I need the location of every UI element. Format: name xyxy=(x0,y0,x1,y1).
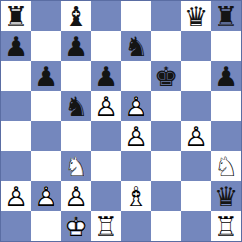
square-e4[interactable]: ♟♙ xyxy=(121,121,151,151)
piece-outline-layer: ♖ xyxy=(91,211,121,241)
black-rook[interactable]: ♜ xyxy=(1,1,31,31)
piece-outline-layer: ♙ xyxy=(121,91,151,121)
square-d2[interactable] xyxy=(91,181,121,211)
black-knight[interactable]: ♞ xyxy=(121,31,151,61)
square-b3[interactable] xyxy=(31,151,61,181)
black-pawn[interactable]: ♟ xyxy=(61,31,91,61)
square-g4[interactable]: ♟♙ xyxy=(181,121,211,151)
square-h1[interactable]: ♜♖ xyxy=(211,211,241,241)
square-g7[interactable] xyxy=(181,31,211,61)
piece-solid-layer: ♜ xyxy=(1,1,31,31)
square-a1[interactable] xyxy=(1,211,31,241)
square-f2[interactable] xyxy=(151,181,181,211)
square-b4[interactable] xyxy=(31,121,61,151)
black-bishop[interactable]: ♝ xyxy=(61,1,91,31)
piece-fill-layer: ♟ xyxy=(121,121,151,151)
piece-solid-layer: ♟ xyxy=(211,61,241,91)
black-queen[interactable]: ♛ xyxy=(181,1,211,31)
piece-fill-layer: ♟ xyxy=(1,181,31,211)
square-c4[interactable] xyxy=(61,121,91,151)
white-knight[interactable]: ♞♘ xyxy=(211,151,241,181)
black-queen[interactable]: ♛ xyxy=(211,181,241,211)
white-pawn[interactable]: ♟♙ xyxy=(91,91,121,121)
square-a8[interactable]: ♜ xyxy=(1,1,31,31)
square-c5[interactable]: ♞ xyxy=(61,91,91,121)
square-f6[interactable]: ♚ xyxy=(151,61,181,91)
piece-solid-layer: ♛ xyxy=(181,1,211,31)
square-e1[interactable] xyxy=(121,211,151,241)
square-c6[interactable] xyxy=(61,61,91,91)
square-b2[interactable]: ♟♙ xyxy=(31,181,61,211)
white-knight[interactable]: ♞♘ xyxy=(61,151,91,181)
square-e2[interactable]: ♝♗ xyxy=(121,181,151,211)
piece-outline-layer: ♘ xyxy=(211,151,241,181)
square-e8[interactable] xyxy=(121,1,151,31)
white-pawn[interactable]: ♟♙ xyxy=(121,91,151,121)
piece-solid-layer: ♞ xyxy=(61,91,91,121)
piece-fill-layer: ♟ xyxy=(91,91,121,121)
square-d7[interactable] xyxy=(91,31,121,61)
square-a6[interactable] xyxy=(1,61,31,91)
black-pawn[interactable]: ♟ xyxy=(31,61,61,91)
black-knight[interactable]: ♞ xyxy=(61,91,91,121)
piece-fill-layer: ♟ xyxy=(61,181,91,211)
white-rook[interactable]: ♜♖ xyxy=(211,211,241,241)
piece-fill-layer: ♞ xyxy=(61,151,91,181)
piece-fill-layer: ♚ xyxy=(61,211,91,241)
piece-outline-layer: ♙ xyxy=(31,181,61,211)
white-pawn[interactable]: ♟♙ xyxy=(61,181,91,211)
square-b8[interactable] xyxy=(31,1,61,31)
white-pawn[interactable]: ♟♙ xyxy=(31,181,61,211)
chess-board: ♜♝♛♜♟♟♞♟♟♚♟♞♟♙♟♙♟♙♟♙♞♘♞♘♟♙♟♙♟♙♝♗♛♚♔♜♖♜♖ xyxy=(0,0,242,242)
square-e3[interactable] xyxy=(121,151,151,181)
white-pawn[interactable]: ♟♙ xyxy=(1,181,31,211)
piece-solid-layer: ♝ xyxy=(61,1,91,31)
black-rook[interactable]: ♜ xyxy=(211,1,241,31)
piece-outline-layer: ♙ xyxy=(91,91,121,121)
square-g8[interactable]: ♛ xyxy=(181,1,211,31)
square-f7[interactable] xyxy=(151,31,181,61)
piece-solid-layer: ♛ xyxy=(211,181,241,211)
black-pawn[interactable]: ♟ xyxy=(1,31,31,61)
piece-fill-layer: ♜ xyxy=(211,211,241,241)
square-e7[interactable]: ♞ xyxy=(121,31,151,61)
square-b7[interactable] xyxy=(31,31,61,61)
square-c2[interactable]: ♟♙ xyxy=(61,181,91,211)
square-g2[interactable] xyxy=(181,181,211,211)
square-h5[interactable] xyxy=(211,91,241,121)
piece-outline-layer: ♙ xyxy=(181,121,211,151)
piece-fill-layer: ♜ xyxy=(91,211,121,241)
piece-fill-layer: ♟ xyxy=(31,181,61,211)
piece-outline-layer: ♗ xyxy=(121,181,151,211)
square-a2[interactable]: ♟♙ xyxy=(1,181,31,211)
square-f4[interactable] xyxy=(151,121,181,151)
piece-outline-layer: ♖ xyxy=(211,211,241,241)
square-a4[interactable] xyxy=(1,121,31,151)
square-h3[interactable]: ♞♘ xyxy=(211,151,241,181)
square-h8[interactable]: ♜ xyxy=(211,1,241,31)
square-e6[interactable] xyxy=(121,61,151,91)
square-g3[interactable] xyxy=(181,151,211,181)
white-bishop[interactable]: ♝♗ xyxy=(121,181,151,211)
black-king[interactable]: ♚ xyxy=(151,61,181,91)
square-d3[interactable] xyxy=(91,151,121,181)
black-pawn[interactable]: ♟ xyxy=(91,61,121,91)
piece-solid-layer: ♟ xyxy=(1,31,31,61)
square-g5[interactable] xyxy=(181,91,211,121)
piece-outline-layer: ♙ xyxy=(121,121,151,151)
square-d4[interactable] xyxy=(91,121,121,151)
square-f8[interactable] xyxy=(151,1,181,31)
square-d8[interactable] xyxy=(91,1,121,31)
piece-solid-layer: ♞ xyxy=(121,31,151,61)
square-c3[interactable]: ♞♘ xyxy=(61,151,91,181)
square-h6[interactable]: ♟ xyxy=(211,61,241,91)
square-f3[interactable] xyxy=(151,151,181,181)
piece-fill-layer: ♝ xyxy=(121,181,151,211)
piece-solid-layer: ♜ xyxy=(211,1,241,31)
square-g6[interactable] xyxy=(181,61,211,91)
white-king[interactable]: ♚♔ xyxy=(61,211,91,241)
white-rook[interactable]: ♜♖ xyxy=(91,211,121,241)
square-g1[interactable] xyxy=(181,211,211,241)
piece-solid-layer: ♟ xyxy=(31,61,61,91)
piece-outline-layer: ♔ xyxy=(61,211,91,241)
square-e5[interactable]: ♟♙ xyxy=(121,91,151,121)
piece-fill-layer: ♞ xyxy=(211,151,241,181)
square-d1[interactable]: ♜♖ xyxy=(91,211,121,241)
piece-outline-layer: ♘ xyxy=(61,151,91,181)
square-c8[interactable]: ♝ xyxy=(61,1,91,31)
square-b5[interactable] xyxy=(31,91,61,121)
square-b1[interactable] xyxy=(31,211,61,241)
black-pawn[interactable]: ♟ xyxy=(211,61,241,91)
square-h2[interactable]: ♛ xyxy=(211,181,241,211)
square-f5[interactable] xyxy=(151,91,181,121)
square-h4[interactable] xyxy=(211,121,241,151)
square-f1[interactable] xyxy=(151,211,181,241)
square-c7[interactable]: ♟ xyxy=(61,31,91,61)
square-a5[interactable] xyxy=(1,91,31,121)
piece-solid-layer: ♟ xyxy=(91,61,121,91)
white-pawn[interactable]: ♟♙ xyxy=(181,121,211,151)
piece-outline-layer: ♙ xyxy=(61,181,91,211)
piece-solid-layer: ♟ xyxy=(61,31,91,61)
square-d6[interactable]: ♟ xyxy=(91,61,121,91)
square-a3[interactable] xyxy=(1,151,31,181)
piece-outline-layer: ♙ xyxy=(1,181,31,211)
square-d5[interactable]: ♟♙ xyxy=(91,91,121,121)
square-c1[interactable]: ♚♔ xyxy=(61,211,91,241)
square-b6[interactable]: ♟ xyxy=(31,61,61,91)
piece-fill-layer: ♟ xyxy=(121,91,151,121)
square-h7[interactable] xyxy=(211,31,241,61)
square-a7[interactable]: ♟ xyxy=(1,31,31,61)
piece-fill-layer: ♟ xyxy=(181,121,211,151)
white-pawn[interactable]: ♟♙ xyxy=(121,121,151,151)
piece-solid-layer: ♚ xyxy=(151,61,181,91)
